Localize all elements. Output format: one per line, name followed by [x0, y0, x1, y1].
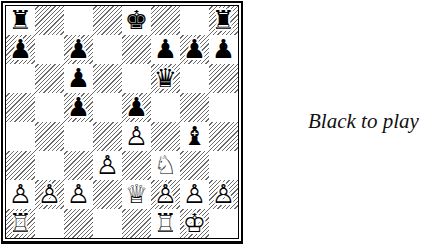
square-c4[interactable] — [64, 122, 93, 151]
square-a6[interactable] — [6, 64, 35, 93]
white-pawn: ♙ — [6, 180, 35, 209]
black-pawn: ♟ — [64, 64, 93, 93]
square-c5[interactable]: ♟ — [64, 93, 93, 122]
square-g1[interactable]: ♔ — [180, 209, 209, 238]
square-h3[interactable] — [209, 151, 238, 180]
square-c2[interactable]: ♙ — [64, 180, 93, 209]
square-f4[interactable] — [151, 122, 180, 151]
square-b1[interactable] — [35, 209, 64, 238]
square-e1[interactable] — [122, 209, 151, 238]
square-g7[interactable]: ♟ — [180, 35, 209, 64]
square-a4[interactable] — [6, 122, 35, 151]
square-h6[interactable] — [209, 64, 238, 93]
black-rook: ♜ — [209, 6, 238, 35]
white-pawn: ♙ — [209, 180, 238, 209]
square-d1[interactable] — [93, 209, 122, 238]
white-pawn: ♙ — [64, 180, 93, 209]
square-f6[interactable]: ♛ — [151, 64, 180, 93]
black-rook: ♜ — [6, 6, 35, 35]
square-g4[interactable]: ♝ — [180, 122, 209, 151]
white-king: ♔ — [180, 209, 209, 238]
square-g5[interactable] — [180, 93, 209, 122]
square-c6[interactable]: ♟ — [64, 64, 93, 93]
square-f2[interactable]: ♙ — [151, 180, 180, 209]
square-d3[interactable]: ♙ — [93, 151, 122, 180]
square-c8[interactable] — [64, 6, 93, 35]
white-rook: ♖ — [151, 209, 180, 238]
square-e2[interactable]: ♕ — [122, 180, 151, 209]
square-h1[interactable] — [209, 209, 238, 238]
square-d6[interactable] — [93, 64, 122, 93]
square-e4[interactable]: ♙ — [122, 122, 151, 151]
white-pawn: ♙ — [35, 180, 64, 209]
white-pawn: ♙ — [151, 180, 180, 209]
square-b2[interactable]: ♙ — [35, 180, 64, 209]
square-e5[interactable]: ♟ — [122, 93, 151, 122]
square-h5[interactable] — [209, 93, 238, 122]
square-f7[interactable]: ♟ — [151, 35, 180, 64]
square-a1[interactable]: ♖ — [6, 209, 35, 238]
square-d8[interactable] — [93, 6, 122, 35]
square-h4[interactable] — [209, 122, 238, 151]
side-to-move-caption: Black to play — [308, 109, 434, 134]
black-king: ♚ — [122, 6, 151, 35]
square-b7[interactable] — [35, 35, 64, 64]
black-pawn: ♟ — [122, 93, 151, 122]
square-a2[interactable]: ♙ — [6, 180, 35, 209]
square-f5[interactable] — [151, 93, 180, 122]
black-pawn: ♟ — [64, 35, 93, 64]
square-a3[interactable] — [6, 151, 35, 180]
square-h2[interactable]: ♙ — [209, 180, 238, 209]
square-a8[interactable]: ♜ — [6, 6, 35, 35]
chess-board-inner-border: ♜♚♜♟♟♟♟♟♟♛♟♟♙♝♙♘♙♙♙♕♙♙♙♖♖♔ — [5, 5, 239, 239]
square-d5[interactable] — [93, 93, 122, 122]
square-a7[interactable]: ♟ — [6, 35, 35, 64]
black-pawn: ♟ — [64, 93, 93, 122]
square-g3[interactable] — [180, 151, 209, 180]
white-queen: ♕ — [122, 180, 151, 209]
square-e7[interactable] — [122, 35, 151, 64]
square-c1[interactable] — [64, 209, 93, 238]
white-pawn: ♙ — [122, 122, 151, 151]
square-h7[interactable]: ♟ — [209, 35, 238, 64]
square-a5[interactable] — [6, 93, 35, 122]
black-pawn: ♟ — [209, 35, 238, 64]
square-d2[interactable] — [93, 180, 122, 209]
square-h8[interactable]: ♜ — [209, 6, 238, 35]
square-g8[interactable] — [180, 6, 209, 35]
square-f8[interactable] — [151, 6, 180, 35]
square-d7[interactable] — [93, 35, 122, 64]
square-g6[interactable] — [180, 64, 209, 93]
square-b3[interactable] — [35, 151, 64, 180]
square-g2[interactable]: ♙ — [180, 180, 209, 209]
white-knight: ♘ — [151, 151, 180, 180]
square-c7[interactable]: ♟ — [64, 35, 93, 64]
chess-board: ♜♚♜♟♟♟♟♟♟♛♟♟♙♝♙♘♙♙♙♕♙♙♙♖♖♔ — [6, 6, 238, 238]
square-d4[interactable] — [93, 122, 122, 151]
page: { "game": "chess", "position": "r3k2r/p1… — [0, 0, 438, 248]
square-b8[interactable] — [35, 6, 64, 35]
white-rook: ♖ — [6, 209, 35, 238]
white-pawn: ♙ — [93, 151, 122, 180]
square-c3[interactable] — [64, 151, 93, 180]
black-bishop: ♝ — [180, 122, 209, 151]
black-pawn: ♟ — [151, 35, 180, 64]
square-f3[interactable]: ♘ — [151, 151, 180, 180]
square-e3[interactable] — [122, 151, 151, 180]
square-b5[interactable] — [35, 93, 64, 122]
square-b4[interactable] — [35, 122, 64, 151]
square-e8[interactable]: ♚ — [122, 6, 151, 35]
chess-board-frame: ♜♚♜♟♟♟♟♟♟♛♟♟♙♝♙♘♙♙♙♕♙♙♙♖♖♔ — [1, 1, 243, 244]
square-f1[interactable]: ♖ — [151, 209, 180, 238]
black-pawn: ♟ — [180, 35, 209, 64]
white-pawn: ♙ — [180, 180, 209, 209]
black-queen: ♛ — [151, 64, 180, 93]
square-e6[interactable] — [122, 64, 151, 93]
black-pawn: ♟ — [6, 35, 35, 64]
square-b6[interactable] — [35, 64, 64, 93]
